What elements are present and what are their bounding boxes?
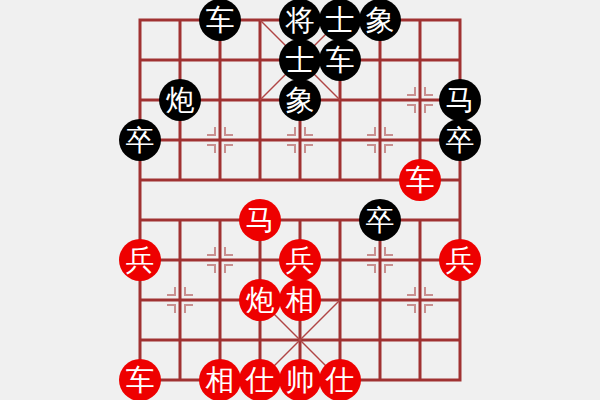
red-soldier[interactable]: 兵 bbox=[279, 239, 321, 281]
black-advisor[interactable]: 士 bbox=[319, 0, 361, 41]
black-elephant[interactable]: 象 bbox=[359, 0, 401, 41]
black-chariot[interactable]: 车 bbox=[319, 39, 361, 81]
red-chariot[interactable]: 车 bbox=[399, 159, 441, 201]
black-elephant[interactable]: 象 bbox=[279, 79, 321, 121]
red-elephant[interactable]: 相 bbox=[279, 279, 321, 321]
red-soldier[interactable]: 兵 bbox=[439, 239, 481, 281]
black-soldier[interactable]: 卒 bbox=[439, 119, 481, 161]
black-soldier[interactable]: 卒 bbox=[359, 199, 401, 241]
red-elephant[interactable]: 相 bbox=[199, 359, 241, 400]
black-advisor[interactable]: 士 bbox=[279, 39, 321, 81]
red-general[interactable]: 帅 bbox=[279, 359, 321, 400]
black-soldier[interactable]: 卒 bbox=[119, 119, 161, 161]
black-cannon[interactable]: 炮 bbox=[159, 79, 201, 121]
black-horse[interactable]: 马 bbox=[439, 79, 481, 121]
red-chariot[interactable]: 车 bbox=[119, 359, 161, 400]
black-general[interactable]: 将 bbox=[279, 0, 321, 41]
black-chariot[interactable]: 车 bbox=[199, 0, 241, 41]
xiangqi-board-area: 车将士象士车炮象马卒卒卒车马兵兵兵炮相车相仕帅仕 bbox=[0, 0, 600, 400]
red-cannon[interactable]: 炮 bbox=[239, 279, 281, 321]
board-grid: 车将士象士车炮象马卒卒卒车马兵兵兵炮相车相仕帅仕 bbox=[120, 0, 480, 400]
red-advisor[interactable]: 仕 bbox=[319, 359, 361, 400]
red-advisor[interactable]: 仕 bbox=[239, 359, 281, 400]
red-soldier[interactable]: 兵 bbox=[119, 239, 161, 281]
red-horse[interactable]: 马 bbox=[239, 199, 281, 241]
